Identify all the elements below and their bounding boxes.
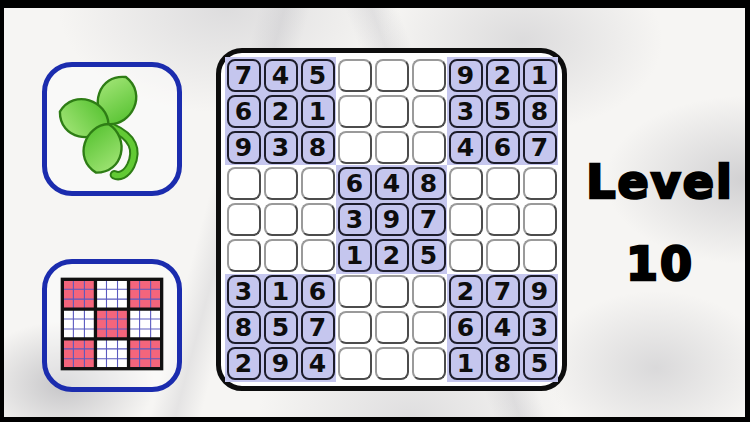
- sudoku-cell-r5c5[interactable]: 9: [373, 201, 410, 237]
- clover-icon: [53, 71, 171, 187]
- sudoku-cell-r8c3[interactable]: 7: [299, 310, 336, 346]
- sudoku-cell-r5c7[interactable]: [447, 201, 484, 237]
- sudoku-cell-r4c1[interactable]: [225, 165, 262, 201]
- sudoku-cell-r9c9[interactable]: 5: [521, 346, 558, 382]
- sudoku-cell-r8c7[interactable]: 6: [447, 310, 484, 346]
- sudoku-cell-r7c3[interactable]: 6: [299, 274, 336, 310]
- sudoku-cell-r4c2[interactable]: [262, 165, 299, 201]
- sudoku-cell-r6c1[interactable]: [225, 238, 262, 274]
- sudoku-cell-r7c7[interactable]: 2: [447, 274, 484, 310]
- sudoku-grid: 7459216213589384676483971253162798576432…: [225, 57, 558, 382]
- sudoku-cell-r9c8[interactable]: 8: [484, 346, 521, 382]
- sudoku-cell-r5c9[interactable]: [521, 201, 558, 237]
- sudoku-cell-r6c8[interactable]: [484, 238, 521, 274]
- sudoku-cell-r5c6[interactable]: 7: [410, 201, 447, 237]
- sudoku-cell-r5c2[interactable]: [262, 201, 299, 237]
- sudoku-cell-r6c7[interactable]: [447, 238, 484, 274]
- sudoku-cell-r4c8[interactable]: [484, 165, 521, 201]
- sudoku-cell-r1c8[interactable]: 2: [484, 57, 521, 93]
- sudoku-cell-r3c2[interactable]: 3: [262, 129, 299, 165]
- sudoku-cell-r2c3[interactable]: 1: [299, 93, 336, 129]
- sudoku-cell-r4c4[interactable]: 6: [336, 165, 373, 201]
- sudoku-cell-r7c4[interactable]: [336, 274, 373, 310]
- sudoku-cell-r8c6[interactable]: [410, 310, 447, 346]
- level-value: 10: [570, 236, 750, 292]
- sudoku-cell-r3c4[interactable]: [336, 129, 373, 165]
- sudoku-cell-r5c4[interactable]: 3: [336, 201, 373, 237]
- sudoku-cell-r2c5[interactable]: [373, 93, 410, 129]
- sudoku-cell-r1c6[interactable]: [410, 57, 447, 93]
- sudoku-cell-r9c5[interactable]: [373, 346, 410, 382]
- sudoku-cell-r1c9[interactable]: 1: [521, 57, 558, 93]
- sudoku-cell-r6c4[interactable]: 1: [336, 238, 373, 274]
- sudoku-cell-r4c3[interactable]: [299, 165, 336, 201]
- sudoku-cell-r4c9[interactable]: [521, 165, 558, 201]
- sudoku-cell-r9c4[interactable]: [336, 346, 373, 382]
- sudoku-cell-r1c4[interactable]: [336, 57, 373, 93]
- sudoku-cell-r8c2[interactable]: 5: [262, 310, 299, 346]
- sudoku-cell-r7c9[interactable]: 9: [521, 274, 558, 310]
- sudoku-cell-r3c7[interactable]: 4: [447, 129, 484, 165]
- clover-button[interactable]: [42, 62, 182, 196]
- sudoku-cell-r4c7[interactable]: [447, 165, 484, 201]
- sudoku-cell-r5c8[interactable]: [484, 201, 521, 237]
- sudoku-cell-r7c5[interactable]: [373, 274, 410, 310]
- sudoku-cell-r4c5[interactable]: 4: [373, 165, 410, 201]
- sudoku-cell-r6c9[interactable]: [521, 238, 558, 274]
- mini-sudoku-icon: [59, 276, 165, 376]
- sudoku-cell-r9c6[interactable]: [410, 346, 447, 382]
- sudoku-cell-r1c2[interactable]: 4: [262, 57, 299, 93]
- sudoku-board: 7459216213589384676483971253162798576432…: [216, 48, 567, 391]
- sudoku-cell-r6c2[interactable]: [262, 238, 299, 274]
- sudoku-cell-r6c6[interactable]: 5: [410, 238, 447, 274]
- sudoku-cell-r2c7[interactable]: 3: [447, 93, 484, 129]
- sudoku-cell-r8c9[interactable]: 3: [521, 310, 558, 346]
- sudoku-cell-r8c1[interactable]: 8: [225, 310, 262, 346]
- sudoku-cell-r8c4[interactable]: [336, 310, 373, 346]
- sudoku-cell-r3c1[interactable]: 9: [225, 129, 262, 165]
- sudoku-cell-r2c6[interactable]: [410, 93, 447, 129]
- sudoku-cell-r4c6[interactable]: 8: [410, 165, 447, 201]
- sudoku-cell-r6c5[interactable]: 2: [373, 238, 410, 274]
- sudoku-cell-r2c4[interactable]: [336, 93, 373, 129]
- sudoku-cell-r3c5[interactable]: [373, 129, 410, 165]
- sudoku-cell-r2c2[interactable]: 2: [262, 93, 299, 129]
- sudoku-cell-r1c3[interactable]: 5: [299, 57, 336, 93]
- sudoku-cell-r3c3[interactable]: 8: [299, 129, 336, 165]
- sudoku-cell-r9c2[interactable]: 9: [262, 346, 299, 382]
- level-label: Level: [570, 154, 750, 210]
- sudoku-cell-r8c8[interactable]: 4: [484, 310, 521, 346]
- level-indicator: Level 10: [570, 154, 750, 292]
- sudoku-cell-r9c7[interactable]: 1: [447, 346, 484, 382]
- app-frame: 7459216213589384676483971253162798576432…: [0, 0, 750, 422]
- sudoku-cell-r3c8[interactable]: 6: [484, 129, 521, 165]
- sudoku-cell-r7c8[interactable]: 7: [484, 274, 521, 310]
- sudoku-cell-r8c5[interactable]: [373, 310, 410, 346]
- sudoku-cell-r2c1[interactable]: 6: [225, 93, 262, 129]
- sudoku-cell-r7c2[interactable]: 1: [262, 274, 299, 310]
- sudoku-cell-r1c7[interactable]: 9: [447, 57, 484, 93]
- sudoku-cell-r9c3[interactable]: 4: [299, 346, 336, 382]
- sudoku-cell-r6c3[interactable]: [299, 238, 336, 274]
- sudoku-cell-r7c1[interactable]: 3: [225, 274, 262, 310]
- sudoku-cell-r2c9[interactable]: 8: [521, 93, 558, 129]
- sudoku-cell-r3c6[interactable]: [410, 129, 447, 165]
- sudoku-cell-r5c3[interactable]: [299, 201, 336, 237]
- sudoku-cell-r1c5[interactable]: [373, 57, 410, 93]
- sudoku-cell-r1c1[interactable]: 7: [225, 57, 262, 93]
- sudoku-cell-r5c1[interactable]: [225, 201, 262, 237]
- sudoku-cell-r9c1[interactable]: 2: [225, 346, 262, 382]
- sudoku-cell-r7c6[interactable]: [410, 274, 447, 310]
- sudoku-cell-r3c9[interactable]: 7: [521, 129, 558, 165]
- sudoku-cell-r2c8[interactable]: 5: [484, 93, 521, 129]
- mini-sudoku-button[interactable]: [42, 259, 182, 392]
